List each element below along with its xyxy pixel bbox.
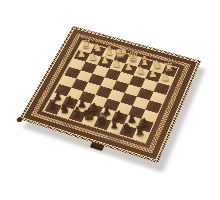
chess-set-photo: ♜♞♝♚♛♝♞♜♟♟♟♟♟♟♟♟♟♟♟♟♟♟♟♟♜♞♝♚♛♝♞♜ <box>0 0 220 200</box>
chess-piece-white-pawn[interactable]: ♟ <box>148 68 158 78</box>
frame-thin-line-inner: ♜♞♝♚♛♝♞♜♟♟♟♟♟♟♟♟♟♟♟♟♟♟♟♟♜♞♝♚♛♝♞♜ <box>43 41 179 143</box>
board-squares: ♜♞♝♚♛♝♞♜♟♟♟♟♟♟♟♟♟♟♟♟♟♟♟♟♜♞♝♚♛♝♞♜ <box>44 42 177 142</box>
chess-piece-white-pawn[interactable]: ♟ <box>88 52 97 62</box>
chess-piece-black-knight[interactable]: ♞ <box>59 102 71 114</box>
frame-patterned-stripe: ♜♞♝♚♛♝♞♜♟♟♟♟♟♟♟♟♟♟♟♟♟♟♟♟♜♞♝♚♛♝♞♜ <box>42 40 180 144</box>
chess-piece-white-pawn[interactable]: ♟ <box>160 72 170 82</box>
chess-piece-white-pawn[interactable]: ♟ <box>77 48 86 58</box>
chess-piece-white-pawn[interactable]: ♟ <box>136 65 146 75</box>
chess-piece-black-knight[interactable]: ♞ <box>122 121 133 134</box>
chess-piece-white-pawn[interactable]: ♟ <box>100 55 109 65</box>
corner-foot <box>16 116 24 122</box>
chess-piece-black-bishop[interactable]: ♝ <box>108 116 120 130</box>
chess-piece-black-rook[interactable]: ♜ <box>47 99 58 111</box>
chess-piece-white-pawn[interactable]: ♟ <box>112 58 121 68</box>
frame-inner-dark-band: ♜♞♝♚♛♝♞♜♟♟♟♟♟♟♟♟♟♟♟♟♟♟♟♟♜♞♝♚♛♝♞♜ <box>37 37 185 148</box>
chess-piece-white-pawn[interactable]: ♟ <box>124 62 133 72</box>
chess-piece-black-queen[interactable]: ♛ <box>95 111 109 126</box>
chess-piece-black-rook[interactable]: ♜ <box>135 125 146 138</box>
